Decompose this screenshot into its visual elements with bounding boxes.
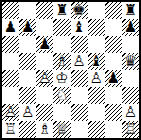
square-g2[interactable] <box>105 104 122 121</box>
white-rook-piece: ♜♖ <box>122 121 139 138</box>
square-h6[interactable] <box>122 36 139 53</box>
white-king-piece: ♚♔ <box>53 70 70 87</box>
square-c3[interactable] <box>36 87 53 104</box>
black-pawn-piece: ♟ <box>105 70 122 87</box>
white-pawn-piece: ♟♙ <box>36 70 53 87</box>
square-c6[interactable]: ♟ <box>36 36 53 53</box>
square-b7[interactable]: ♟ <box>19 19 36 36</box>
chess-diagram: ♜♚♜♟♟♝♟♟♝♗♟♙♝♛♟♙♚♔♟♙♟♞♘♟♙♟♙♟♙♜♖♝♗♛♕♜♖ <box>0 0 141 140</box>
square-d6[interactable] <box>53 36 70 53</box>
square-d1[interactable]: ♛♕ <box>53 121 70 138</box>
square-d5[interactable]: ♝♗ <box>53 53 70 70</box>
black-bishop-piece: ♝ <box>71 19 88 36</box>
square-f5[interactable]: ♝ <box>88 53 105 70</box>
square-f3[interactable] <box>88 87 105 104</box>
square-e1[interactable] <box>71 121 88 138</box>
white-pawn-piece: ♟♙ <box>2 104 19 121</box>
square-g1[interactable] <box>105 121 122 138</box>
square-c2[interactable] <box>36 104 53 121</box>
square-b5[interactable] <box>19 53 36 70</box>
square-b8[interactable] <box>19 2 36 19</box>
square-f2[interactable] <box>88 104 105 121</box>
square-e8[interactable]: ♚ <box>71 2 88 19</box>
black-pawn-piece: ♟ <box>19 19 36 36</box>
square-a5[interactable] <box>2 53 19 70</box>
square-e6[interactable] <box>71 36 88 53</box>
black-rook-piece: ♜ <box>53 2 70 19</box>
black-bishop-piece: ♝ <box>88 53 105 70</box>
black-pawn-piece: ♟ <box>122 19 139 36</box>
square-e5[interactable]: ♟♙ <box>71 53 88 70</box>
square-b3[interactable] <box>19 87 36 104</box>
white-pawn-piece: ♟♙ <box>71 53 88 70</box>
square-h7[interactable]: ♟ <box>122 19 139 36</box>
square-a4[interactable] <box>2 70 19 87</box>
square-g4[interactable]: ♟ <box>105 70 122 87</box>
square-h3[interactable] <box>122 87 139 104</box>
square-e3[interactable] <box>71 87 88 104</box>
square-g5[interactable] <box>105 53 122 70</box>
square-h8[interactable]: ♜ <box>122 2 139 19</box>
square-f7[interactable] <box>88 19 105 36</box>
square-a1[interactable]: ♜♖ <box>2 121 19 138</box>
square-g8[interactable] <box>105 2 122 19</box>
square-b6[interactable] <box>19 36 36 53</box>
square-b2[interactable]: ♟♙ <box>19 104 36 121</box>
square-b4[interactable] <box>19 70 36 87</box>
square-e2[interactable] <box>71 104 88 121</box>
square-d8[interactable]: ♜ <box>53 2 70 19</box>
square-e7[interactable]: ♝ <box>71 19 88 36</box>
square-d2[interactable] <box>53 104 70 121</box>
white-rook-piece: ♜♖ <box>2 121 19 138</box>
black-queen-piece: ♛ <box>122 53 139 70</box>
square-a8[interactable] <box>2 2 19 19</box>
square-e4[interactable] <box>71 70 88 87</box>
square-c1[interactable]: ♝♗ <box>36 121 53 138</box>
square-a6[interactable] <box>2 36 19 53</box>
white-pawn-piece: ♟♙ <box>88 70 105 87</box>
square-d7[interactable] <box>53 19 70 36</box>
square-g7[interactable] <box>105 19 122 36</box>
square-h1[interactable]: ♜♖ <box>122 121 139 138</box>
square-h5[interactable]: ♛ <box>122 53 139 70</box>
square-d3[interactable]: ♞♘ <box>53 87 70 104</box>
square-g3[interactable] <box>105 87 122 104</box>
white-bishop-piece: ♝♗ <box>53 53 70 70</box>
square-f1[interactable] <box>88 121 105 138</box>
square-a3[interactable] <box>2 87 19 104</box>
white-pawn-piece: ♟♙ <box>122 104 139 121</box>
white-knight-piece: ♞♘ <box>53 87 70 104</box>
chess-board: ♜♚♜♟♟♝♟♟♝♗♟♙♝♛♟♙♚♔♟♙♟♞♘♟♙♟♙♟♙♜♖♝♗♛♕♜♖ <box>0 0 141 140</box>
square-c8[interactable] <box>36 2 53 19</box>
square-b1[interactable] <box>19 121 36 138</box>
square-f4[interactable]: ♟♙ <box>88 70 105 87</box>
black-rook-piece: ♜ <box>122 2 139 19</box>
square-c4[interactable]: ♟♙ <box>36 70 53 87</box>
square-a7[interactable]: ♟ <box>2 19 19 36</box>
square-c7[interactable] <box>36 19 53 36</box>
square-f8[interactable] <box>88 2 105 19</box>
square-g6[interactable] <box>105 36 122 53</box>
white-bishop-piece: ♝♗ <box>36 121 53 138</box>
square-d4[interactable]: ♚♔ <box>53 70 70 87</box>
square-h2[interactable]: ♟♙ <box>122 104 139 121</box>
white-pawn-piece: ♟♙ <box>19 104 36 121</box>
square-a2[interactable]: ♟♙ <box>2 104 19 121</box>
square-c5[interactable] <box>36 53 53 70</box>
square-f6[interactable] <box>88 36 105 53</box>
black-pawn-piece: ♟ <box>2 19 19 36</box>
white-queen-piece: ♛♕ <box>53 121 70 138</box>
black-king-piece: ♚ <box>71 2 88 19</box>
black-pawn-piece: ♟ <box>36 36 53 53</box>
square-h4[interactable] <box>122 70 139 87</box>
